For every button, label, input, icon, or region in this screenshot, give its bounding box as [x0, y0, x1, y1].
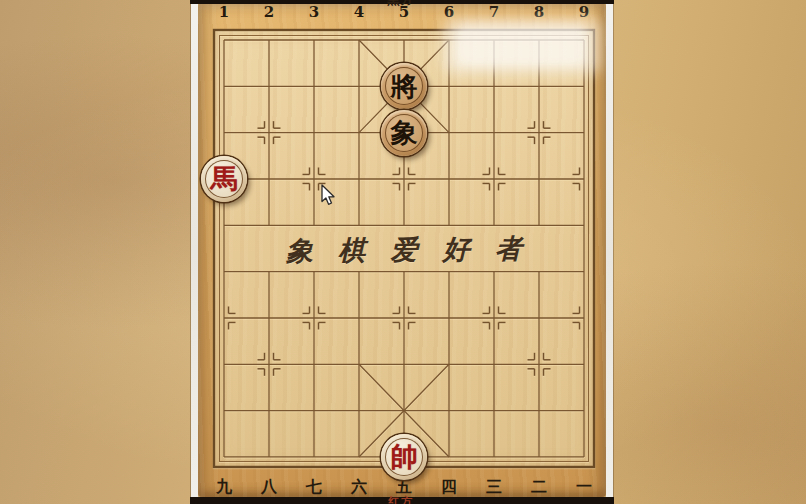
file-label-bottom-9: 一	[571, 477, 597, 498]
river-char: 象	[286, 236, 313, 263]
red-horse-glyph: 馬	[211, 165, 238, 192]
xiangqi-board-area: 123456789 九八七六五四三二一 象棋爱好者 將象馬帥 黑方 红方	[190, 0, 614, 504]
river-char: 棋	[338, 236, 365, 263]
river-char: 爱	[390, 235, 417, 262]
black-general-glyph: 將	[391, 73, 418, 100]
red-side-label: 红方	[388, 496, 414, 504]
blur-patch-core	[456, 24, 586, 66]
river-char: 者	[495, 234, 522, 261]
black-side-label: 黑方	[387, 0, 415, 6]
file-label-bottom-4: 六	[346, 477, 372, 498]
river-inscription: 象棋爱好者	[286, 231, 522, 267]
file-label-top-4: 4	[346, 3, 372, 21]
piece-black-elephant[interactable]: 象	[381, 110, 427, 156]
file-label-bottom-7: 三	[481, 477, 507, 498]
river-char: 好	[443, 235, 470, 262]
file-label-top-2: 2	[256, 3, 282, 21]
piece-red-general[interactable]: 帥	[381, 434, 427, 480]
file-label-bottom-3: 七	[301, 477, 327, 498]
piece-red-horse[interactable]: 馬	[201, 156, 247, 202]
red-general-glyph: 帥	[391, 443, 418, 470]
board-right-edge	[606, 0, 613, 504]
file-label-bottom-1: 九	[211, 477, 237, 498]
file-label-top-1: 1	[211, 3, 237, 21]
file-label-bottom-8: 二	[526, 477, 552, 498]
piece-black-general[interactable]: 將	[381, 63, 427, 109]
black-elephant-glyph: 象	[391, 119, 418, 146]
file-label-bottom-6: 四	[436, 477, 462, 498]
file-label-top-3: 3	[301, 3, 327, 21]
file-label-bottom-2: 八	[256, 477, 282, 498]
board-left-edge	[191, 0, 198, 504]
